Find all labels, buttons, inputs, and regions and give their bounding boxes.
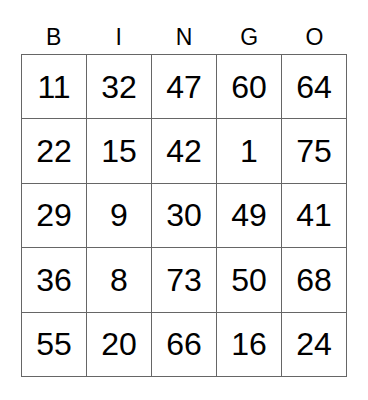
bingo-cell-r3c5[interactable]: 41 [282,184,346,247]
bingo-cell-r3c3[interactable]: 30 [152,184,216,247]
bingo-cell-r2c5[interactable]: 75 [282,119,346,182]
header-letter-o: O [282,26,347,49]
bingo-cell-r3c2[interactable]: 9 [87,184,151,247]
bingo-cell-r4c4[interactable]: 50 [217,248,281,311]
header-letter-n: N [151,26,216,49]
header-letter-b: B [21,26,86,49]
bingo-cell-r2c1[interactable]: 22 [22,119,86,182]
bingo-cell-r5c2[interactable]: 20 [87,313,151,376]
bingo-cell-r4c1[interactable]: 36 [22,248,86,311]
bingo-cell-r2c4[interactable]: 1 [217,119,281,182]
bingo-cell-r5c3[interactable]: 66 [152,313,216,376]
bingo-cell-r5c4[interactable]: 16 [217,313,281,376]
header-letter-i: I [86,26,151,49]
bingo-cell-r1c2[interactable]: 32 [87,55,151,118]
bingo-header-row: BINGO [21,0,347,54]
bingo-cell-r3c4[interactable]: 49 [217,184,281,247]
bingo-cell-r1c1[interactable]: 11 [22,55,86,118]
header-letter-g: G [217,26,282,49]
bingo-cell-r4c2[interactable]: 8 [87,248,151,311]
bingo-cell-r4c3[interactable]: 73 [152,248,216,311]
bingo-cell-r4c5[interactable]: 68 [282,248,346,311]
bingo-card: BINGO 1132476064221542175299304941368735… [0,0,368,400]
bingo-cell-r2c3[interactable]: 42 [152,119,216,182]
bingo-cell-r1c4[interactable]: 60 [217,55,281,118]
bingo-cell-r5c5[interactable]: 24 [282,313,346,376]
bingo-cell-r1c5[interactable]: 64 [282,55,346,118]
bingo-cell-r2c2[interactable]: 15 [87,119,151,182]
bingo-cell-r5c1[interactable]: 55 [22,313,86,376]
bingo-cell-r1c3[interactable]: 47 [152,55,216,118]
bingo-board: 1132476064221542175299304941368735068552… [21,54,347,377]
bingo-cell-r3c1[interactable]: 29 [22,184,86,247]
